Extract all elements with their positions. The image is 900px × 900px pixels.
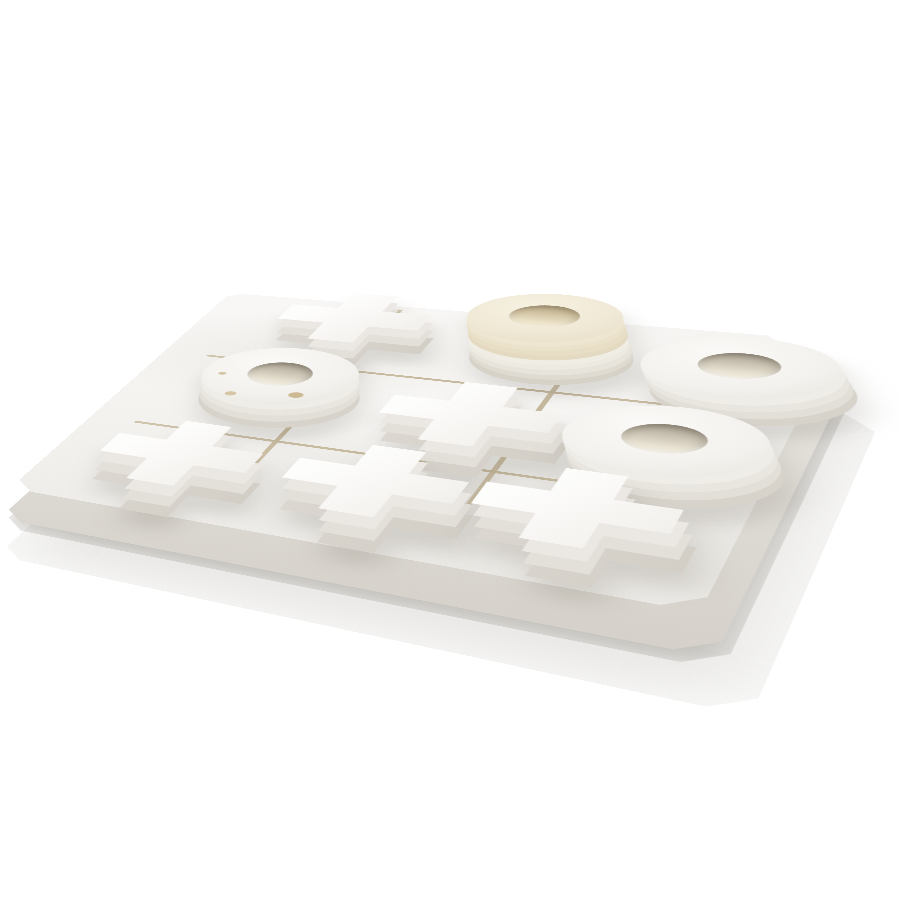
tic-tac-toe-board: [10, 293, 838, 612]
ring-piece: [623, 331, 856, 408]
product-photo-scene: [0, 0, 900, 900]
